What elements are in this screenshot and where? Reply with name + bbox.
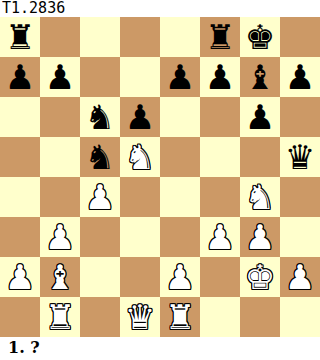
square-f8[interactable]: ♜ xyxy=(200,17,240,57)
square-a3[interactable] xyxy=(0,217,40,257)
square-g2[interactable]: ♚ xyxy=(240,257,280,297)
square-d8[interactable] xyxy=(120,17,160,57)
chess-board: ♜♜♚♟♟♟♟♝♟♞♟♟♞♞♛♟♞♟♟♟♟♝♟♚♟♜♛♜ xyxy=(0,17,320,337)
square-a8[interactable]: ♜ xyxy=(0,17,40,57)
white-pawn: ♟ xyxy=(85,177,115,217)
square-c1[interactable] xyxy=(80,297,120,337)
white-pawn: ♟ xyxy=(285,257,315,297)
white-bishop: ♝ xyxy=(45,257,75,297)
square-b5[interactable] xyxy=(40,137,80,177)
square-a4[interactable] xyxy=(0,177,40,217)
square-f7[interactable]: ♟ xyxy=(200,57,240,97)
black-pawn: ♟ xyxy=(125,97,155,137)
black-knight: ♞ xyxy=(85,97,115,137)
square-c2[interactable] xyxy=(80,257,120,297)
square-d2[interactable] xyxy=(120,257,160,297)
square-f3[interactable]: ♟ xyxy=(200,217,240,257)
white-knight: ♞ xyxy=(125,137,155,177)
white-pawn: ♟ xyxy=(5,257,35,297)
puzzle-id-title: T1.2836 xyxy=(0,0,320,17)
square-f5[interactable] xyxy=(200,137,240,177)
white-pawn: ♟ xyxy=(245,217,275,257)
white-pawn: ♟ xyxy=(165,257,195,297)
square-d6[interactable]: ♟ xyxy=(120,97,160,137)
square-g4[interactable]: ♞ xyxy=(240,177,280,217)
square-e5[interactable] xyxy=(160,137,200,177)
black-knight: ♞ xyxy=(85,137,115,177)
square-g3[interactable]: ♟ xyxy=(240,217,280,257)
square-d5[interactable]: ♞ xyxy=(120,137,160,177)
black-rook: ♜ xyxy=(5,17,35,57)
black-queen: ♛ xyxy=(285,137,315,177)
square-g7[interactable]: ♝ xyxy=(240,57,280,97)
square-g8[interactable]: ♚ xyxy=(240,17,280,57)
square-a5[interactable] xyxy=(0,137,40,177)
square-h6[interactable] xyxy=(280,97,320,137)
square-b1[interactable]: ♜ xyxy=(40,297,80,337)
square-h2[interactable]: ♟ xyxy=(280,257,320,297)
black-bishop: ♝ xyxy=(245,57,275,97)
square-e8[interactable] xyxy=(160,17,200,57)
black-pawn: ♟ xyxy=(165,57,195,97)
white-knight: ♞ xyxy=(245,177,275,217)
chess-app-window: T1.2836 ♜♜♚♟♟♟♟♝♟♞♟♟♞♞♛♟♞♟♟♟♟♝♟♚♟♜♛♜ 1. … xyxy=(0,0,320,360)
square-e6[interactable] xyxy=(160,97,200,137)
black-pawn: ♟ xyxy=(285,57,315,97)
black-pawn: ♟ xyxy=(5,57,35,97)
black-pawn: ♟ xyxy=(245,97,275,137)
square-c3[interactable] xyxy=(80,217,120,257)
square-a7[interactable]: ♟ xyxy=(0,57,40,97)
square-e7[interactable]: ♟ xyxy=(160,57,200,97)
square-a1[interactable] xyxy=(0,297,40,337)
white-rook: ♜ xyxy=(165,297,195,337)
square-h5[interactable]: ♛ xyxy=(280,137,320,177)
square-f4[interactable] xyxy=(200,177,240,217)
white-rook: ♜ xyxy=(45,297,75,337)
square-a6[interactable] xyxy=(0,97,40,137)
black-rook: ♜ xyxy=(205,17,235,57)
square-e2[interactable]: ♟ xyxy=(160,257,200,297)
square-b6[interactable] xyxy=(40,97,80,137)
square-h8[interactable] xyxy=(280,17,320,57)
black-pawn: ♟ xyxy=(205,57,235,97)
square-b4[interactable] xyxy=(40,177,80,217)
square-c5[interactable]: ♞ xyxy=(80,137,120,177)
white-king: ♚ xyxy=(245,257,275,297)
square-a2[interactable]: ♟ xyxy=(0,257,40,297)
square-g5[interactable] xyxy=(240,137,280,177)
move-prompt: 1. ? xyxy=(0,337,320,360)
square-e4[interactable] xyxy=(160,177,200,217)
square-b3[interactable]: ♟ xyxy=(40,217,80,257)
square-c4[interactable]: ♟ xyxy=(80,177,120,217)
square-h3[interactable] xyxy=(280,217,320,257)
square-c8[interactable] xyxy=(80,17,120,57)
square-c6[interactable]: ♞ xyxy=(80,97,120,137)
square-e3[interactable] xyxy=(160,217,200,257)
white-pawn: ♟ xyxy=(205,217,235,257)
black-pawn: ♟ xyxy=(45,57,75,97)
square-e1[interactable]: ♜ xyxy=(160,297,200,337)
square-d1[interactable]: ♛ xyxy=(120,297,160,337)
square-f1[interactable] xyxy=(200,297,240,337)
white-queen: ♛ xyxy=(125,297,155,337)
square-h4[interactable] xyxy=(280,177,320,217)
square-b2[interactable]: ♝ xyxy=(40,257,80,297)
square-d4[interactable] xyxy=(120,177,160,217)
square-b8[interactable] xyxy=(40,17,80,57)
square-d3[interactable] xyxy=(120,217,160,257)
square-g1[interactable] xyxy=(240,297,280,337)
black-king: ♚ xyxy=(245,17,275,57)
square-d7[interactable] xyxy=(120,57,160,97)
white-pawn: ♟ xyxy=(45,217,75,257)
square-h7[interactable]: ♟ xyxy=(280,57,320,97)
square-f6[interactable] xyxy=(200,97,240,137)
square-b7[interactable]: ♟ xyxy=(40,57,80,97)
square-h1[interactable] xyxy=(280,297,320,337)
square-g6[interactable]: ♟ xyxy=(240,97,280,137)
square-f2[interactable] xyxy=(200,257,240,297)
square-c7[interactable] xyxy=(80,57,120,97)
